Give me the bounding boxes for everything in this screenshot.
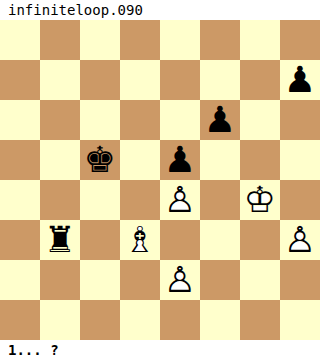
puzzle-title: infiniteloop.090 bbox=[8, 1, 143, 19]
square-h3[interactable]: ♟♙ bbox=[280, 220, 320, 260]
square-a8[interactable] bbox=[0, 20, 40, 60]
white-pawn-glyph: ♙ bbox=[160, 180, 200, 220]
white-pawn-glyph: ♙ bbox=[280, 220, 320, 260]
square-c8[interactable] bbox=[80, 20, 120, 60]
square-f8[interactable] bbox=[200, 20, 240, 60]
square-h2[interactable] bbox=[280, 260, 320, 300]
square-f1[interactable] bbox=[200, 300, 240, 340]
white-king-glyph: ♔ bbox=[240, 180, 280, 220]
white-pawn-glyph: ♙ bbox=[160, 260, 200, 300]
square-f3[interactable] bbox=[200, 220, 240, 260]
square-a1[interactable] bbox=[0, 300, 40, 340]
square-g7[interactable] bbox=[240, 60, 280, 100]
square-g2[interactable] bbox=[240, 260, 280, 300]
square-c1[interactable] bbox=[80, 300, 120, 340]
square-c5[interactable]: ♚ bbox=[80, 140, 120, 180]
square-f7[interactable] bbox=[200, 60, 240, 100]
square-h4[interactable] bbox=[280, 180, 320, 220]
square-d7[interactable] bbox=[120, 60, 160, 100]
square-d3[interactable]: ♝♗ bbox=[120, 220, 160, 260]
black-king: ♚ bbox=[80, 140, 120, 180]
square-d4[interactable] bbox=[120, 180, 160, 220]
square-c4[interactable] bbox=[80, 180, 120, 220]
square-e4[interactable]: ♟♙ bbox=[160, 180, 200, 220]
square-d5[interactable] bbox=[120, 140, 160, 180]
square-g3[interactable] bbox=[240, 220, 280, 260]
square-b8[interactable] bbox=[40, 20, 80, 60]
square-d1[interactable] bbox=[120, 300, 160, 340]
square-a7[interactable] bbox=[0, 60, 40, 100]
square-g8[interactable] bbox=[240, 20, 280, 60]
square-g4[interactable]: ♚♔ bbox=[240, 180, 280, 220]
white-king: ♚♔ bbox=[240, 180, 280, 220]
square-h7[interactable]: ♟ bbox=[280, 60, 320, 100]
square-h1[interactable] bbox=[280, 300, 320, 340]
square-b4[interactable] bbox=[40, 180, 80, 220]
square-b7[interactable] bbox=[40, 60, 80, 100]
black-pawn: ♟ bbox=[280, 60, 320, 100]
square-e7[interactable] bbox=[160, 60, 200, 100]
square-e2[interactable]: ♟♙ bbox=[160, 260, 200, 300]
square-a6[interactable] bbox=[0, 100, 40, 140]
square-a3[interactable] bbox=[0, 220, 40, 260]
square-e5[interactable]: ♟ bbox=[160, 140, 200, 180]
square-c6[interactable] bbox=[80, 100, 120, 140]
white-pawn: ♟♙ bbox=[280, 220, 320, 260]
black-pawn: ♟ bbox=[160, 140, 200, 180]
square-b6[interactable] bbox=[40, 100, 80, 140]
square-f4[interactable] bbox=[200, 180, 240, 220]
square-g5[interactable] bbox=[240, 140, 280, 180]
white-pawn: ♟♙ bbox=[160, 180, 200, 220]
square-b1[interactable] bbox=[40, 300, 80, 340]
square-f6[interactable]: ♟ bbox=[200, 100, 240, 140]
square-e6[interactable] bbox=[160, 100, 200, 140]
square-g1[interactable] bbox=[240, 300, 280, 340]
square-a5[interactable] bbox=[0, 140, 40, 180]
black-pawn: ♟ bbox=[200, 100, 240, 140]
move-prompt: 1... ? bbox=[8, 341, 59, 359]
white-pawn: ♟♙ bbox=[160, 260, 200, 300]
square-c3[interactable] bbox=[80, 220, 120, 260]
square-b2[interactable] bbox=[40, 260, 80, 300]
square-f2[interactable] bbox=[200, 260, 240, 300]
square-d2[interactable] bbox=[120, 260, 160, 300]
white-bishop-glyph: ♗ bbox=[120, 220, 160, 260]
square-a4[interactable] bbox=[0, 180, 40, 220]
square-g6[interactable] bbox=[240, 100, 280, 140]
square-e3[interactable] bbox=[160, 220, 200, 260]
square-h5[interactable] bbox=[280, 140, 320, 180]
square-e1[interactable] bbox=[160, 300, 200, 340]
white-bishop: ♝♗ bbox=[120, 220, 160, 260]
square-e8[interactable] bbox=[160, 20, 200, 60]
square-f5[interactable] bbox=[200, 140, 240, 180]
square-c7[interactable] bbox=[80, 60, 120, 100]
chess-puzzle-page: infiniteloop.090 ♟♟♚♟♟♙♚♔♜♝♗♟♙♟♙ 1... ? bbox=[0, 0, 320, 360]
chess-board: ♟♟♚♟♟♙♚♔♜♝♗♟♙♟♙ bbox=[0, 20, 320, 340]
square-h8[interactable] bbox=[280, 20, 320, 60]
black-rook: ♜ bbox=[40, 220, 80, 260]
square-h6[interactable] bbox=[280, 100, 320, 140]
square-d8[interactable] bbox=[120, 20, 160, 60]
square-a2[interactable] bbox=[0, 260, 40, 300]
square-d6[interactable] bbox=[120, 100, 160, 140]
square-b3[interactable]: ♜ bbox=[40, 220, 80, 260]
square-c2[interactable] bbox=[80, 260, 120, 300]
square-b5[interactable] bbox=[40, 140, 80, 180]
